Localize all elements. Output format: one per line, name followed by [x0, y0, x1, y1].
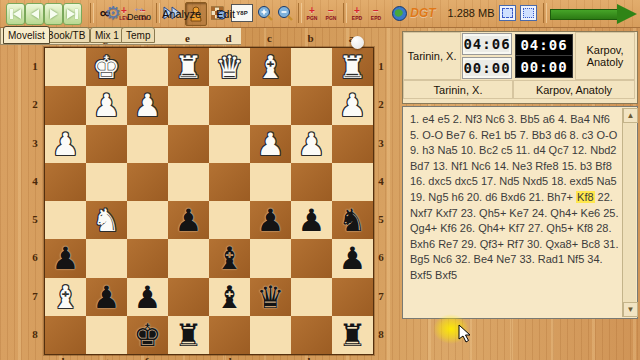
- square-h8[interactable]: [45, 316, 86, 354]
- epd-label: EPD: [371, 15, 381, 21]
- square-f6[interactable]: [127, 239, 168, 277]
- square-d7[interactable]: ♝: [209, 278, 250, 316]
- tile-window-button[interactable]: [520, 2, 537, 24]
- forward-arrow-icon: [50, 9, 58, 19]
- square-a7[interactable]: [332, 278, 373, 316]
- square-a6[interactable]: ♟: [332, 239, 373, 277]
- square-e2[interactable]: [168, 86, 209, 124]
- piece-white-rook-e1[interactable]: ♜: [175, 49, 203, 85]
- tab-temp[interactable]: Temp: [121, 27, 155, 43]
- piece-black-pawn-f7[interactable]: ♟: [134, 279, 162, 315]
- square-e1[interactable]: ♜: [168, 48, 209, 86]
- coord-label-2: 2: [376, 85, 386, 123]
- coord-label-3: 3: [30, 124, 40, 162]
- coord-label-b: b: [290, 32, 331, 44]
- chess-board[interactable]: ♚♜♛♝♜♟♟♟♟♟♟♞♟♟♟♞♟♝♟♝♟♟♝♛♚♜♜: [44, 47, 374, 355]
- current-move[interactable]: Kf8: [576, 191, 595, 203]
- coord-label-8: 8: [376, 315, 386, 353]
- scrollbar[interactable]: ▲ ▼: [622, 108, 636, 317]
- zoom-out-icon: [277, 5, 293, 21]
- coord-label-c: c: [249, 32, 290, 44]
- square-g2[interactable]: ♟: [86, 86, 127, 124]
- white-name-bottom: Tarinin, X.: [403, 80, 513, 99]
- toolbar-separator: [156, 3, 160, 23]
- piece-black-king-f8[interactable]: ♚: [134, 317, 162, 353]
- chess-program-window: ∞ + LEV − LEV: [0, 0, 640, 360]
- square-f5[interactable]: [127, 201, 168, 239]
- square-e4[interactable]: [168, 163, 209, 201]
- toolbar-separator: [343, 3, 347, 23]
- coord-label-2: 2: [30, 85, 40, 123]
- coord-label-d: d: [208, 355, 249, 360]
- pgn-plus-button[interactable]: + PGN: [303, 2, 321, 24]
- coord-label-b: b: [290, 355, 331, 360]
- last-bar-icon: [75, 9, 78, 19]
- square-a3[interactable]: [332, 125, 373, 163]
- minus-icon: −: [373, 6, 379, 15]
- piece-black-pawn-h6[interactable]: ♟: [52, 240, 80, 276]
- piece-white-pawn-c3[interactable]: ♟: [257, 126, 285, 162]
- square-c8[interactable]: [250, 316, 291, 354]
- square-c1[interactable]: ♝: [250, 48, 291, 86]
- square-h7[interactable]: ♝: [45, 278, 86, 316]
- rank-labels-right: 12345678: [376, 47, 386, 353]
- square-h1[interactable]: [45, 48, 86, 86]
- piece-black-rook-e8[interactable]: ♜: [175, 317, 203, 353]
- piece-black-pawn-a6[interactable]: ♟: [339, 240, 367, 276]
- dgt-button[interactable]: DGT: [409, 2, 437, 24]
- green-annotation-arrow: [550, 9, 618, 20]
- square-c3[interactable]: ♟: [250, 125, 291, 163]
- coord-label-d: d: [208, 32, 249, 44]
- piece-white-knight-g5[interactable]: ♞: [93, 202, 121, 238]
- square-f8[interactable]: ♚: [127, 316, 168, 354]
- square-g6[interactable]: [86, 239, 127, 277]
- movelist-panel: 1. e4 e5 2. Nf3 Nc6 3. Bb5 a6 4. Ba4 Nf6…: [402, 106, 638, 319]
- expand-window-button[interactable]: [499, 2, 516, 24]
- piece-white-pawn-h3[interactable]: ♟: [52, 126, 80, 162]
- coord-label-f: f: [126, 355, 167, 360]
- coord-label-e: e: [167, 355, 208, 360]
- pgn-label: PGN: [307, 15, 318, 21]
- pgn-label: PGN: [326, 15, 337, 21]
- square-g8[interactable]: [86, 316, 127, 354]
- black-player-name: Karpov, Anatoly: [575, 32, 635, 80]
- square-g5[interactable]: ♞: [86, 201, 127, 239]
- epd-label: EPD: [352, 15, 362, 21]
- square-h3[interactable]: ♟: [45, 125, 86, 163]
- coord-label-4: 4: [376, 162, 386, 200]
- plus-icon: +: [309, 6, 315, 15]
- square-c2[interactable]: [250, 86, 291, 124]
- piece-black-pawn-e5[interactable]: ♟: [175, 202, 203, 238]
- square-b1[interactable]: [291, 48, 332, 86]
- gear-icon: ⚙: [105, 2, 121, 24]
- square-g3[interactable]: [86, 125, 127, 163]
- square-d8[interactable]: [209, 316, 250, 354]
- dgt-logo: DGT: [410, 6, 435, 20]
- square-d2[interactable]: [209, 86, 250, 124]
- mouse-cursor: [458, 324, 472, 344]
- piece-black-pawn-c5[interactable]: ♟: [257, 202, 285, 238]
- square-f4[interactable]: [127, 163, 168, 201]
- square-a5[interactable]: ♞: [332, 201, 373, 239]
- square-e8[interactable]: ♜: [168, 316, 209, 354]
- tab-mix-1[interactable]: Mix 1: [90, 27, 124, 43]
- piece-white-bishop-h7[interactable]: ♝: [52, 279, 80, 315]
- square-c5[interactable]: ♟: [250, 201, 291, 239]
- square-c6[interactable]: [250, 239, 291, 277]
- coord-label-5: 5: [376, 200, 386, 238]
- first-move-button[interactable]: [6, 3, 25, 25]
- square-a8[interactable]: ♜: [332, 316, 373, 354]
- piece-white-pawn-a2[interactable]: ♟: [339, 87, 367, 123]
- black-name-bottom: Karpov, Anatoly: [513, 80, 635, 99]
- square-f3[interactable]: [127, 125, 168, 163]
- toolbar-separator: [298, 3, 302, 23]
- piece-black-rook-a8[interactable]: ♜: [339, 317, 367, 353]
- coord-label-5: 5: [30, 200, 40, 238]
- scroll-up-button[interactable]: ▲: [623, 108, 638, 123]
- epd-minus-button[interactable]: − EPD: [367, 2, 385, 24]
- piece-black-bishop-d6[interactable]: ♝: [216, 240, 244, 276]
- square-b5[interactable]: ♟: [291, 201, 332, 239]
- square-d1[interactable]: ♛: [209, 48, 250, 86]
- square-h4[interactable]: [45, 163, 86, 201]
- scroll-down-button[interactable]: ▼: [623, 302, 638, 317]
- square-f2[interactable]: ♟: [127, 86, 168, 124]
- piece-black-bishop-d7[interactable]: ♝: [216, 279, 244, 315]
- zoom-in-icon: [257, 5, 273, 21]
- analyze-button[interactable]: Analyze: [162, 8, 201, 20]
- square-b2[interactable]: [291, 86, 332, 124]
- square-e3[interactable]: [168, 125, 209, 163]
- minus-icon: −: [328, 6, 334, 15]
- square-e6[interactable]: [168, 239, 209, 277]
- coord-label-7: 7: [376, 277, 386, 315]
- square-a4[interactable]: [332, 163, 373, 201]
- square-g7[interactable]: ♟: [86, 278, 127, 316]
- last-move-button[interactable]: [63, 3, 82, 25]
- square-h2[interactable]: [45, 86, 86, 124]
- square-d4[interactable]: [209, 163, 250, 201]
- globe-icon: [392, 6, 407, 21]
- white-player-name: Tarinin, X.: [403, 32, 461, 80]
- black-clock-extra: 00:00: [515, 56, 573, 78]
- piece-white-king-g1[interactable]: ♚: [93, 49, 121, 85]
- coord-label-e: e: [167, 32, 208, 44]
- back-arrow-icon: [13, 9, 21, 19]
- white-clock-extra: 00:00: [463, 58, 511, 78]
- coord-label-7: 7: [30, 277, 40, 315]
- square-d3[interactable]: [209, 125, 250, 163]
- black-clock-main: 04:06: [515, 34, 573, 56]
- rank-labels-left: 12345678: [30, 47, 40, 353]
- square-e7[interactable]: [168, 278, 209, 316]
- epd-plus-button[interactable]: + EPD: [348, 2, 366, 24]
- square-a1[interactable]: ♜: [332, 48, 373, 86]
- piece-white-pawn-g2[interactable]: ♟: [93, 87, 121, 123]
- edit-button[interactable]: Edit: [216, 8, 235, 20]
- piece-black-pawn-g7[interactable]: ♟: [93, 279, 121, 315]
- square-f1[interactable]: [127, 48, 168, 86]
- square-d6[interactable]: ♝: [209, 239, 250, 277]
- move-list[interactable]: 1. e4 e5 2. Nf3 Nc6 3. Bb5 a6 4. Ba4 Nf6…: [403, 107, 623, 318]
- square-b4[interactable]: [291, 163, 332, 201]
- square-b6[interactable]: [291, 239, 332, 277]
- toolbar-separator: [543, 3, 547, 23]
- square-h6[interactable]: ♟: [45, 239, 86, 277]
- pgn-minus-button[interactable]: − PGN: [322, 2, 340, 24]
- coord-label-4: 4: [30, 162, 40, 200]
- square-f7[interactable]: ♟: [127, 278, 168, 316]
- demo-label: Demo: [126, 13, 152, 22]
- file-labels-bottom: hgfedcba: [44, 355, 372, 360]
- piece-black-knight-a5[interactable]: ♞: [339, 202, 367, 238]
- square-c7[interactable]: ♛: [250, 278, 291, 316]
- plus-icon: +: [354, 6, 360, 15]
- square-h5[interactable]: [45, 201, 86, 239]
- previous-move-button[interactable]: [25, 3, 44, 25]
- piece-white-rook-a1[interactable]: ♜: [339, 49, 367, 85]
- coord-label-a: a: [331, 355, 372, 360]
- square-b7[interactable]: [291, 278, 332, 316]
- memory-text: 1.288 MB: [447, 7, 494, 19]
- online-button[interactable]: [390, 2, 408, 24]
- piece-white-bishop-c1[interactable]: ♝: [257, 49, 285, 85]
- moves-after-current[interactable]: 22. Nxf7 Kxf7 23. Qh5+ Ke7 24. Qh4+ Ke6 …: [410, 191, 619, 281]
- square-c4[interactable]: [250, 163, 291, 201]
- piece-white-pawn-f2[interactable]: ♟: [134, 87, 162, 123]
- coord-label-6: 6: [30, 238, 40, 276]
- coord-label-g: g: [85, 355, 126, 360]
- white-to-move-indicator: [351, 36, 364, 49]
- square-g4[interactable]: [86, 163, 127, 201]
- square-a2[interactable]: ♟: [332, 86, 373, 124]
- toolbar-separator: [90, 3, 94, 23]
- clock-panel: Tarinin, X. 04:06 04:06 Karpov, Anatoly …: [402, 31, 638, 104]
- square-d5[interactable]: [209, 201, 250, 239]
- piece-white-queen-d1[interactable]: ♛: [216, 49, 244, 85]
- coord-label-3: 3: [376, 124, 386, 162]
- tab-movelist[interactable]: Movelist: [3, 26, 50, 44]
- forward-arrow-icon: [67, 9, 75, 19]
- memory-indicator: 1.288 MB: [445, 2, 497, 24]
- coord-label-h: h: [44, 355, 85, 360]
- coord-label-c: c: [249, 355, 290, 360]
- expand-icon: [499, 5, 516, 21]
- toolbar: ∞ + LEV − LEV: [0, 0, 640, 28]
- back-arrow-icon: [31, 9, 39, 19]
- square-e5[interactable]: ♟: [168, 201, 209, 239]
- square-b8[interactable]: [291, 316, 332, 354]
- coord-label-6: 6: [376, 238, 386, 276]
- piece-black-pawn-b5[interactable]: ♟: [298, 202, 326, 238]
- tile-icon: [520, 5, 537, 21]
- zoom-in-button[interactable]: [256, 2, 274, 24]
- square-g1[interactable]: ♚: [86, 48, 127, 86]
- square-b3[interactable]: ♟: [291, 125, 332, 163]
- zoom-out-button[interactable]: [276, 2, 294, 24]
- piece-white-pawn-b3[interactable]: ♟: [298, 126, 326, 162]
- moves-before-current[interactable]: 1. e4 e5 2. Nf3 Nc6 3. Bb5 a6 4. Ba4 Nf6…: [410, 113, 617, 203]
- board-pane: hgfedcba 12345678 12345678 ♚♜♛♝♜♟♟♟♟♟♟♞♟…: [0, 27, 399, 360]
- piece-black-queen-c7[interactable]: ♛: [257, 279, 285, 315]
- demo-button[interactable]: ↔ Demo: [126, 1, 152, 22]
- coord-label-8: 8: [30, 315, 40, 353]
- white-clock-main: 04:06: [463, 34, 511, 54]
- next-move-button[interactable]: [44, 3, 63, 25]
- settings-button[interactable]: ⚙: [103, 2, 123, 24]
- coord-label-1: 1: [30, 47, 40, 85]
- coord-label-1: 1: [376, 47, 386, 85]
